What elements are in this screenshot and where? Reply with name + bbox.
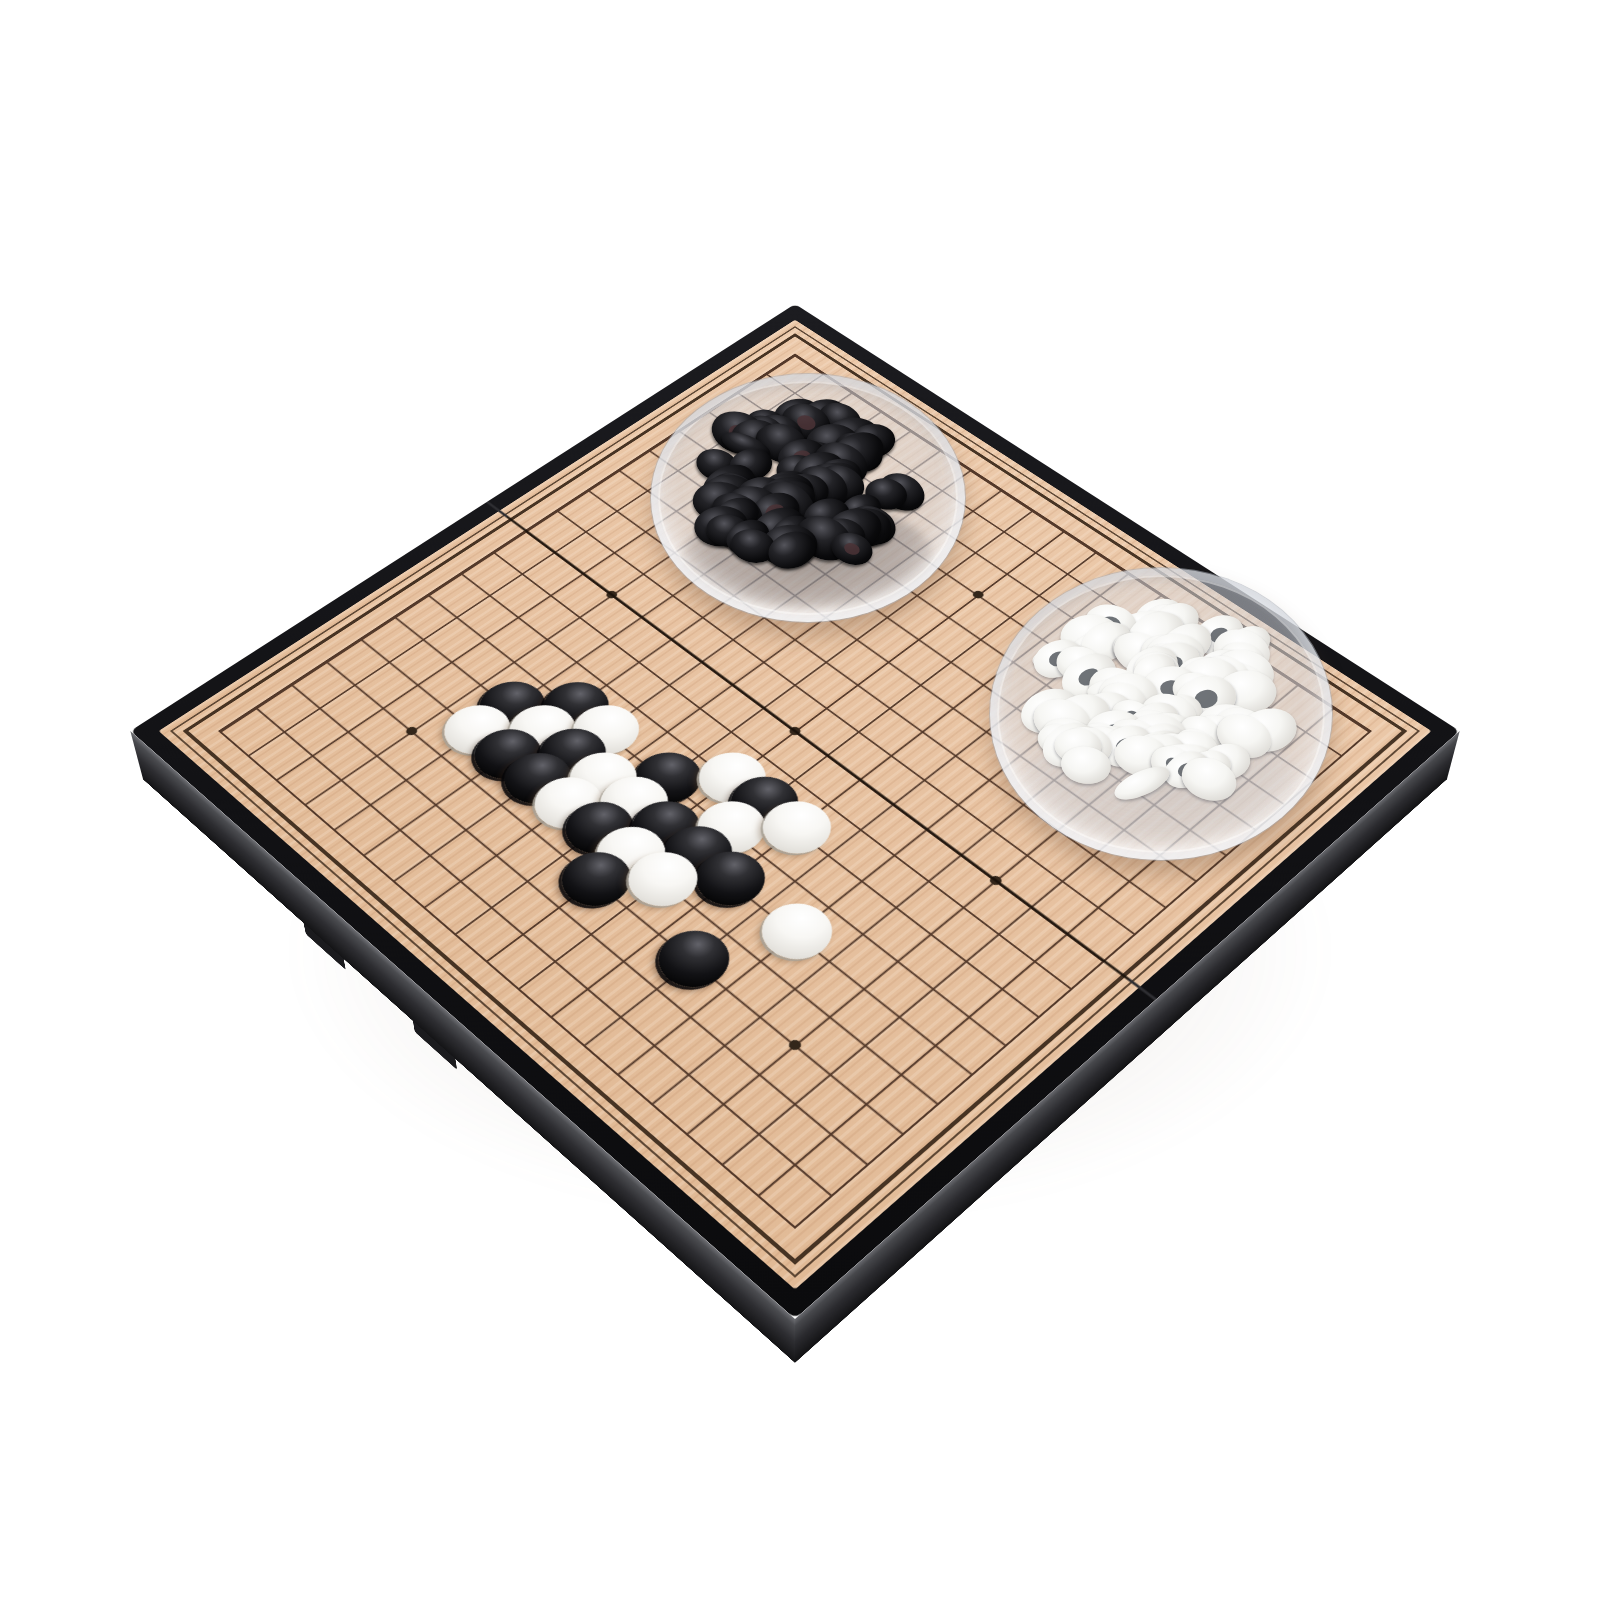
white-stone[interactable] bbox=[749, 791, 845, 865]
white-stone[interactable] bbox=[555, 742, 650, 814]
white-stone[interactable] bbox=[586, 766, 681, 839]
black-stone[interactable] bbox=[649, 816, 746, 891]
black-stone[interactable] bbox=[620, 742, 715, 814]
black-stone[interactable] bbox=[552, 791, 648, 865]
black-stone[interactable] bbox=[548, 841, 646, 917]
black-stone[interactable] bbox=[644, 919, 744, 999]
star-point bbox=[586, 874, 602, 887]
star-point bbox=[404, 725, 420, 737]
black-stone-pile bbox=[651, 374, 965, 622]
go-set-photo bbox=[0, 0, 1601, 1601]
black-stone[interactable] bbox=[617, 791, 713, 865]
black-stone[interactable] bbox=[491, 742, 586, 814]
white-stone-bowl[interactable] bbox=[990, 568, 1332, 860]
white-stone[interactable] bbox=[683, 791, 779, 865]
white-stone[interactable] bbox=[521, 766, 616, 839]
magnet-dot bbox=[842, 541, 861, 557]
star-point bbox=[971, 589, 986, 600]
white-stone-pile bbox=[990, 568, 1332, 860]
star-point bbox=[987, 874, 1003, 887]
white-stone[interactable] bbox=[685, 742, 780, 814]
white-stone[interactable] bbox=[747, 893, 846, 972]
white-stone[interactable] bbox=[614, 841, 712, 917]
white-stone[interactable] bbox=[583, 816, 680, 891]
black-stone-bowl[interactable] bbox=[651, 374, 965, 622]
black-stone[interactable] bbox=[681, 841, 779, 917]
star-point bbox=[786, 1038, 803, 1052]
black-stone[interactable] bbox=[717, 766, 812, 839]
